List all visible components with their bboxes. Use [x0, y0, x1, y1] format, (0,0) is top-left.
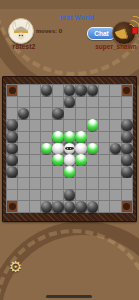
board-cell[interactable]: [7, 190, 17, 201]
board-cell[interactable]: [18, 201, 28, 212]
board-cell[interactable]: [110, 108, 120, 119]
board-grid: [6, 84, 133, 213]
board-cell[interactable]: [41, 190, 51, 201]
board-cell[interactable]: [99, 155, 109, 166]
board-cell[interactable]: [110, 97, 120, 108]
board-cell[interactable]: [53, 97, 63, 108]
board-cell[interactable]: [110, 190, 120, 201]
board-cell[interactable]: [53, 190, 63, 201]
board-cell[interactable]: [18, 132, 28, 143]
board-cell[interactable]: [87, 166, 97, 177]
board-cell[interactable]: [18, 166, 28, 177]
attacker-piece[interactable]: [6, 119, 17, 131]
board-cell[interactable]: [7, 120, 17, 131]
board-cell[interactable]: [76, 120, 86, 131]
board-cell[interactable]: [30, 120, 40, 131]
board-cell[interactable]: [110, 132, 120, 143]
board-cell[interactable]: [7, 108, 17, 119]
board-cell[interactable]: [122, 190, 132, 201]
corner-square-mark-icon: [123, 87, 130, 94]
board-cell[interactable]: [64, 178, 74, 189]
board-cell[interactable]: [76, 108, 86, 119]
board-cell[interactable]: [7, 201, 17, 212]
board-cell[interactable]: [64, 97, 74, 108]
attacker-piece[interactable]: [52, 108, 63, 120]
board-cell[interactable]: [30, 178, 40, 189]
board-cell[interactable]: [110, 155, 120, 166]
attacker-piece[interactable]: [121, 166, 132, 178]
board-cell[interactable]: [41, 155, 51, 166]
board-cell[interactable]: [7, 143, 17, 154]
corner-square-mark-icon: [9, 203, 16, 210]
attacker-piece[interactable]: [121, 143, 132, 155]
defender-piece-green[interactable]: [87, 119, 98, 131]
board-cell[interactable]: [41, 132, 51, 143]
attacker-piece[interactable]: [64, 84, 75, 96]
home-indicator[interactable]: [46, 295, 92, 298]
board-cell[interactable]: [64, 85, 74, 96]
board-cell[interactable]: [76, 132, 86, 143]
board-cell[interactable]: [64, 190, 74, 201]
board-cell[interactable]: [76, 166, 86, 177]
board-cell[interactable]: [122, 155, 132, 166]
board-cell[interactable]: [53, 143, 63, 154]
board-cell[interactable]: [110, 201, 120, 212]
board-cell[interactable]: [7, 85, 17, 96]
board-cell[interactable]: [30, 166, 40, 177]
board-cell[interactable]: [76, 143, 86, 154]
corner-square-mark-icon: [123, 203, 130, 210]
board-cell[interactable]: [41, 143, 51, 154]
board-cell[interactable]: [53, 120, 63, 131]
board-cell[interactable]: [64, 155, 74, 166]
board-cell[interactable]: [7, 132, 17, 143]
attacker-piece[interactable]: [64, 201, 75, 213]
board-cell[interactable]: [30, 85, 40, 96]
board-cell[interactable]: [7, 166, 17, 177]
defender-piece-green[interactable]: [52, 131, 63, 143]
board-cell[interactable]: [53, 155, 63, 166]
attacker-piece[interactable]: [6, 131, 17, 143]
viking-helmet-icon: [9, 19, 33, 43]
board-cell[interactable]: [41, 120, 51, 131]
board-cell[interactable]: [53, 85, 63, 96]
settings-gear-icon[interactable]: ⚙: [9, 259, 22, 274]
board-cell[interactable]: [122, 201, 132, 212]
left-player-name: r8test2: [2, 43, 46, 50]
attacker-piece[interactable]: [75, 201, 86, 213]
board-cell[interactable]: [99, 143, 109, 154]
defender-piece-green[interactable]: [64, 131, 75, 143]
board-cell[interactable]: [76, 201, 86, 212]
board-cell[interactable]: [122, 108, 132, 119]
board-cell[interactable]: [30, 155, 40, 166]
board-cell[interactable]: [87, 178, 97, 189]
board-cell[interactable]: [7, 155, 17, 166]
attacker-piece[interactable]: [6, 154, 17, 166]
defender-piece-silver[interactable]: [64, 154, 75, 166]
game-screen: r8test2 moves: 0 test World Chat super_s…: [0, 0, 139, 300]
board-cell[interactable]: [18, 178, 28, 189]
board-cell[interactable]: [99, 166, 109, 177]
board-cell[interactable]: [87, 155, 97, 166]
board-cell[interactable]: [41, 85, 51, 96]
board-cell[interactable]: [18, 120, 28, 131]
attacker-piece[interactable]: [64, 189, 75, 201]
board-cell[interactable]: [76, 190, 86, 201]
board-cell[interactable]: [76, 97, 86, 108]
board-cell[interactable]: [110, 166, 120, 177]
board-cell[interactable]: [53, 178, 63, 189]
board-cell[interactable]: [18, 155, 28, 166]
attacker-piece[interactable]: [87, 201, 98, 213]
attacker-piece[interactable]: [75, 84, 86, 96]
board-cell[interactable]: [18, 97, 28, 108]
board-cell[interactable]: [99, 132, 109, 143]
room-title: test World: [48, 14, 106, 21]
attacker-piece[interactable]: [110, 143, 121, 155]
defender-piece-green[interactable]: [64, 166, 75, 178]
attacker-piece[interactable]: [41, 84, 52, 96]
king-piece[interactable]: [64, 143, 75, 155]
board-cell[interactable]: [64, 201, 74, 212]
board-cell[interactable]: [122, 166, 132, 177]
board-cell[interactable]: [64, 143, 74, 154]
defender-piece-green[interactable]: [75, 154, 86, 166]
attacker-piece[interactable]: [18, 108, 29, 120]
board-cell[interactable]: [87, 190, 97, 201]
board-cell[interactable]: [64, 132, 74, 143]
board-frame: [2, 76, 137, 222]
board-cell[interactable]: [18, 143, 28, 154]
board-cell[interactable]: [110, 143, 120, 154]
attacker-piece[interactable]: [64, 96, 75, 108]
status-bar: [0, 0, 139, 9]
board-cell[interactable]: [30, 132, 40, 143]
attacker-piece[interactable]: [121, 131, 132, 143]
board-cell[interactable]: [41, 108, 51, 119]
board-cell[interactable]: [110, 85, 120, 96]
defender-piece-green[interactable]: [52, 154, 63, 166]
corner-square-mark-icon: [9, 87, 16, 94]
board-cell[interactable]: [76, 155, 86, 166]
board-cell[interactable]: [41, 201, 51, 212]
board-cell[interactable]: [99, 85, 109, 96]
board-cell[interactable]: [30, 190, 40, 201]
board-cell[interactable]: [64, 120, 74, 131]
board-cell[interactable]: [7, 97, 17, 108]
board-cell[interactable]: [41, 97, 51, 108]
board-cell[interactable]: [53, 132, 63, 143]
board-cell[interactable]: [99, 190, 109, 201]
board-cell[interactable]: [64, 108, 74, 119]
board-cell[interactable]: [87, 143, 97, 154]
board-cell[interactable]: [30, 108, 40, 119]
attacker-piece[interactable]: [6, 143, 17, 155]
moves-counter: moves: 0: [36, 28, 62, 34]
board-cell[interactable]: [53, 166, 63, 177]
attacker-piece[interactable]: [87, 84, 98, 96]
board-cell[interactable]: [122, 120, 132, 131]
board-cell[interactable]: [7, 178, 17, 189]
attacker-piece[interactable]: [121, 154, 132, 166]
board-cell[interactable]: [41, 178, 51, 189]
board-cell[interactable]: [110, 178, 120, 189]
defender-piece-green[interactable]: [41, 143, 52, 155]
board-cell[interactable]: [18, 85, 28, 96]
defender-piece-green[interactable]: [75, 131, 86, 143]
board-cell[interactable]: [30, 143, 40, 154]
king-crown-band-icon: [65, 147, 75, 150]
red-badge-icon: [132, 27, 138, 34]
attacker-piece[interactable]: [41, 201, 52, 213]
attacker-piece[interactable]: [6, 166, 17, 178]
board-cell[interactable]: [122, 143, 132, 154]
board-cell[interactable]: [87, 97, 97, 108]
board-cell[interactable]: [122, 178, 132, 189]
board-cell[interactable]: [99, 201, 109, 212]
board-cell[interactable]: [87, 108, 97, 119]
defender-piece-silver[interactable]: [75, 143, 86, 155]
board-cell[interactable]: [18, 108, 28, 119]
board-cell[interactable]: [122, 132, 132, 143]
board-cell[interactable]: [99, 178, 109, 189]
right-player-name: super_shawn: [93, 43, 139, 50]
board-cell[interactable]: [87, 132, 97, 143]
board-cell[interactable]: [87, 201, 97, 212]
board-cell[interactable]: [76, 85, 86, 96]
board-cell[interactable]: [87, 120, 97, 131]
board-cell[interactable]: [64, 166, 74, 177]
attacker-piece[interactable]: [52, 201, 63, 213]
board-cell[interactable]: [53, 201, 63, 212]
board-cell[interactable]: [99, 108, 109, 119]
board-cell[interactable]: [99, 120, 109, 131]
board-cell[interactable]: [53, 108, 63, 119]
satellite-dish-icon: [115, 29, 129, 42]
board-cell[interactable]: [18, 190, 28, 201]
defender-piece-silver[interactable]: [52, 143, 63, 155]
board-cell[interactable]: [30, 201, 40, 212]
attacker-piece[interactable]: [121, 119, 132, 131]
board-cell[interactable]: [76, 178, 86, 189]
board-cell[interactable]: [110, 120, 120, 131]
board-cell[interactable]: [30, 97, 40, 108]
board-cell[interactable]: [41, 166, 51, 177]
board-cell[interactable]: [122, 85, 132, 96]
board-cell[interactable]: [99, 97, 109, 108]
defender-piece-green[interactable]: [87, 143, 98, 155]
board-cell[interactable]: [122, 97, 132, 108]
board-cell[interactable]: [87, 85, 97, 96]
left-player-avatar[interactable]: [8, 18, 34, 44]
